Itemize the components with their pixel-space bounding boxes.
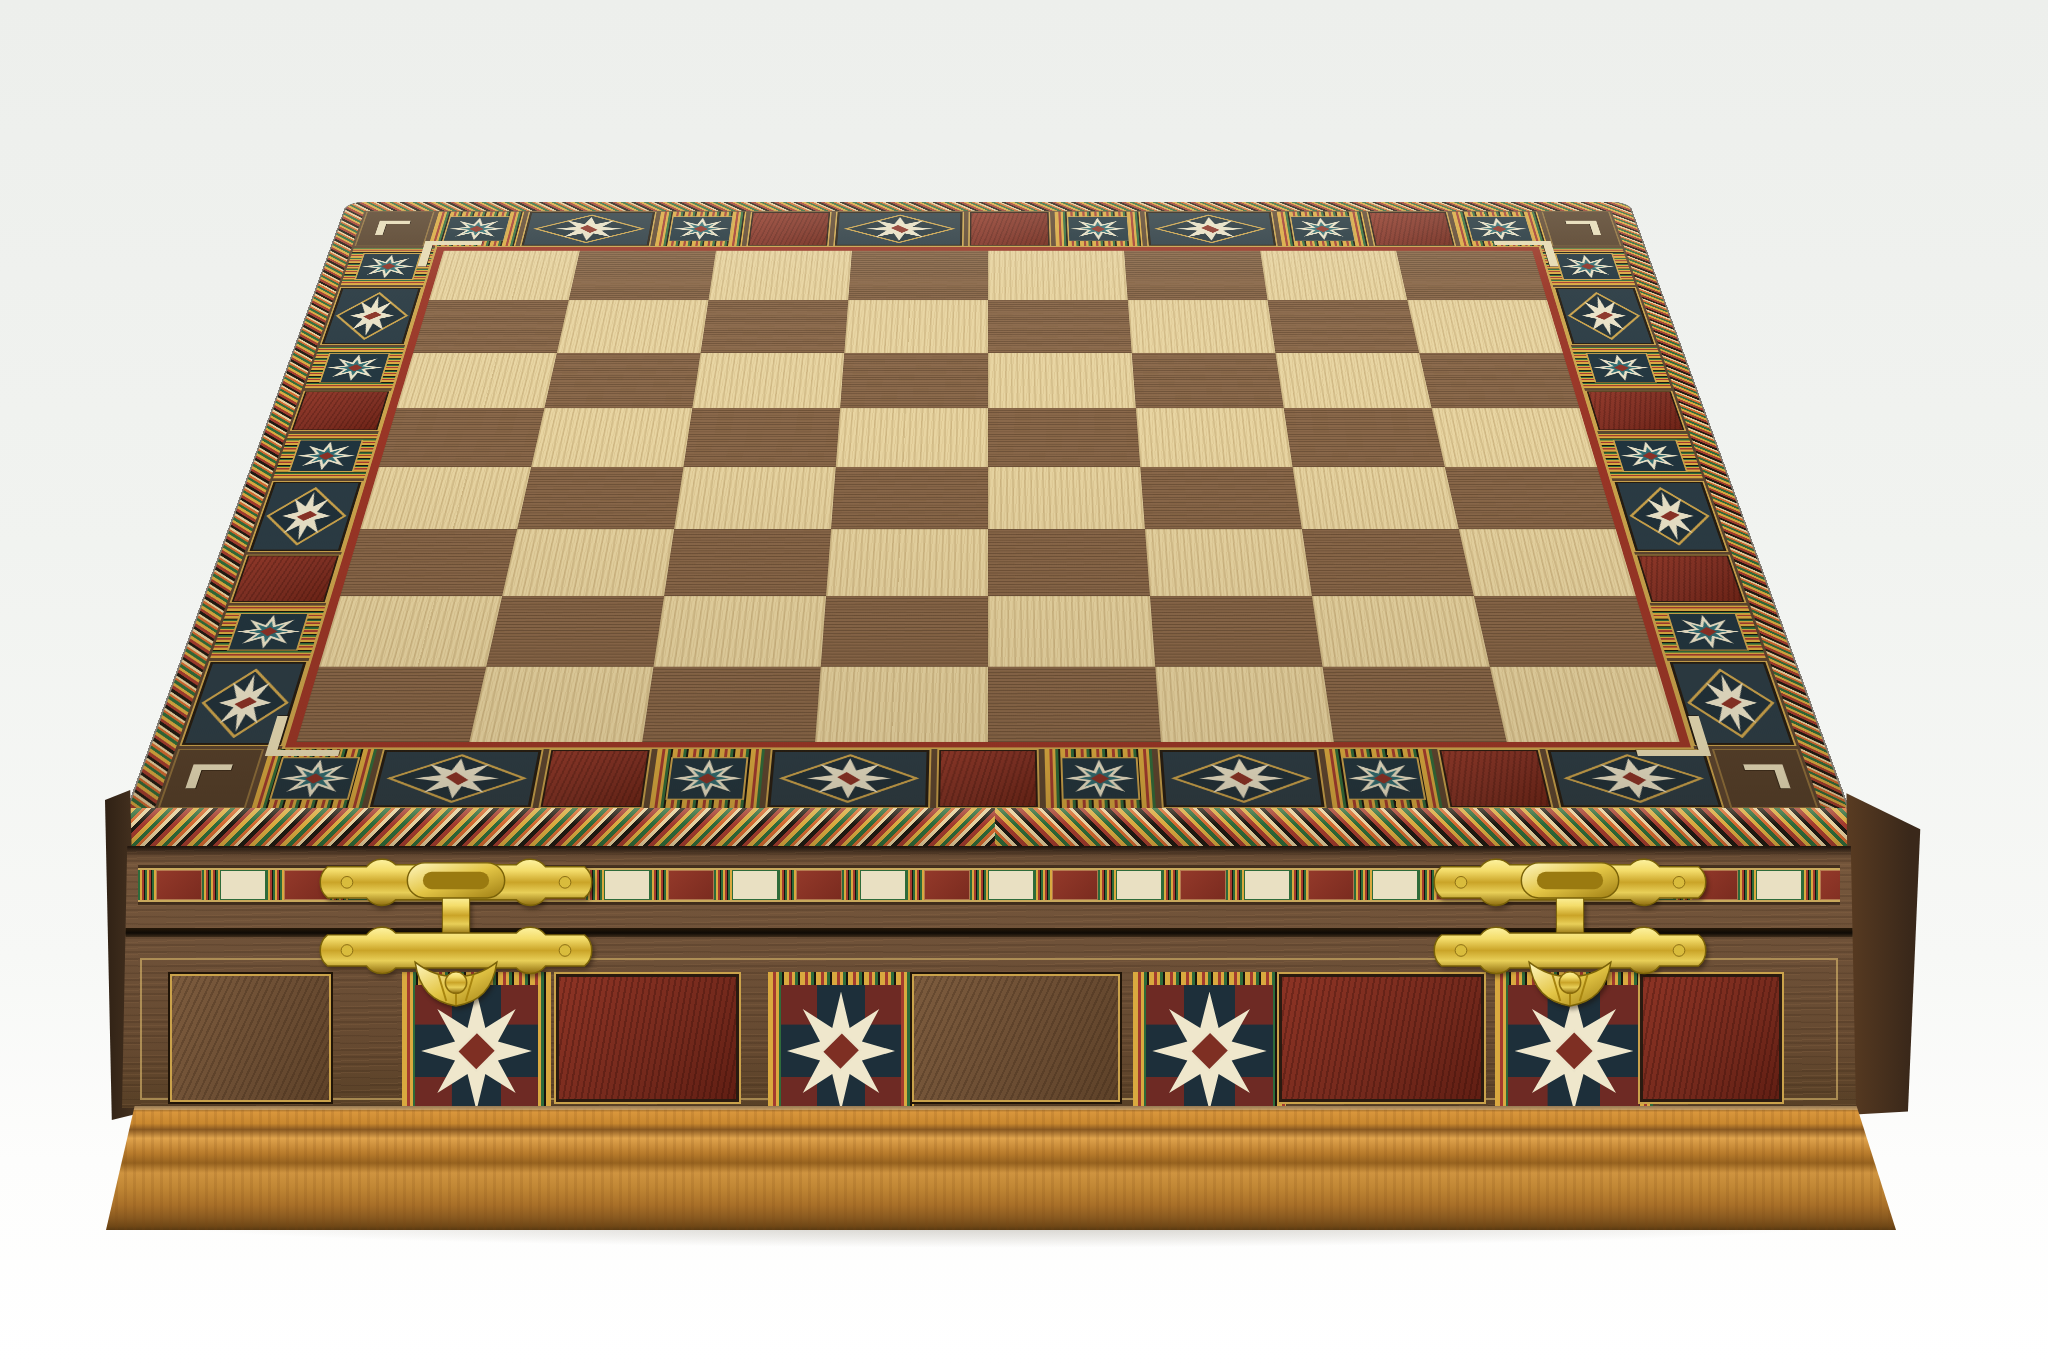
border-motif-diamond-eye: [520, 212, 657, 247]
square-g8: [1260, 251, 1407, 301]
border-motif-diamond-eye: [1553, 287, 1656, 345]
square-h8: [1396, 251, 1547, 301]
square-d3: [826, 529, 988, 595]
border-motif-diamond-eye: [1545, 749, 1724, 808]
border-motif-diamond-eye: [765, 749, 931, 808]
border-motif-star-square: [273, 434, 378, 479]
border-motif-star-square: [210, 605, 325, 658]
band-block-red: [1180, 870, 1226, 900]
border-motif-red-square: [538, 749, 651, 808]
right-side-face: [1844, 790, 1926, 1118]
square-c4: [674, 467, 836, 529]
square-h5: [1432, 408, 1598, 467]
border-motif-red-square: [230, 555, 341, 603]
square-d7: [844, 300, 988, 352]
square-b5: [531, 408, 692, 467]
border-motif-greek-key-corner: [1712, 749, 1818, 808]
border-motif-greek-key-corner: [158, 749, 264, 808]
band-block-stripes: [842, 870, 860, 900]
square-f7: [1128, 300, 1276, 352]
border-motif-star-square: [1054, 212, 1142, 247]
band-block-red: [924, 870, 970, 900]
band-block-cream: [1372, 870, 1418, 900]
border-motif-diamond-eye: [1144, 212, 1277, 247]
square-a2: [319, 596, 502, 667]
band-block-cream: [604, 870, 650, 900]
brass-clasp-right: [1424, 852, 1716, 1010]
square-c3: [664, 529, 831, 595]
band-block-stripes: [266, 870, 284, 900]
square-f4: [1140, 467, 1302, 529]
square-a3: [340, 529, 517, 595]
square-b6: [544, 353, 700, 408]
mosaic-border-front: [154, 747, 1822, 810]
square-d1: [815, 667, 988, 743]
border-motif-diamond-eye: [1612, 481, 1728, 552]
square-c8: [708, 251, 851, 301]
square-e1: [988, 667, 1161, 743]
square-h4: [1445, 467, 1616, 529]
square-f8: [1124, 251, 1267, 301]
band-block-cream: [1116, 870, 1162, 900]
square-h2: [1474, 596, 1657, 667]
border-motif-red-square: [1366, 212, 1456, 247]
square-d4: [831, 467, 988, 529]
square-e2: [988, 596, 1155, 667]
brass-clasp-left: [310, 852, 602, 1010]
border-motif-diamond-eye: [1158, 749, 1327, 808]
band-block-stripes: [650, 870, 668, 900]
border-motif-red-square: [290, 391, 391, 432]
border-motif-star-square: [1572, 347, 1672, 388]
square-c2: [654, 596, 827, 667]
square-h7: [1407, 300, 1563, 352]
square-h6: [1419, 353, 1579, 408]
square-a6: [397, 353, 557, 408]
square-c7: [701, 300, 849, 352]
front-panel-wood: [168, 972, 333, 1104]
border-motif-red-square: [1438, 749, 1554, 808]
square-g1: [1322, 667, 1506, 743]
board-top-lid: [128, 202, 1848, 810]
band-block-cream: [1756, 870, 1802, 900]
square-g7: [1268, 300, 1420, 352]
band-block-stripes: [202, 870, 220, 900]
square-d6: [840, 353, 988, 408]
front-rope-chamfer: [120, 808, 1856, 851]
square-f6: [1132, 353, 1284, 408]
square-h1: [1490, 667, 1680, 743]
square-b3: [502, 529, 674, 595]
band-block-red: [156, 870, 202, 900]
square-b1: [469, 667, 653, 743]
square-a1: [296, 667, 486, 743]
square-a5: [379, 408, 545, 467]
square-a4: [360, 467, 531, 529]
square-c5: [683, 408, 840, 467]
square-a7: [413, 300, 569, 352]
square-e7: [988, 300, 1132, 352]
border-motif-diamond-eye: [368, 749, 544, 808]
band-block-stripes: [714, 870, 732, 900]
square-a8: [429, 251, 580, 301]
band-block-stripes: [1290, 870, 1308, 900]
red-board-frame: [285, 247, 1691, 747]
band-block-stripes: [970, 870, 988, 900]
square-c1: [642, 667, 821, 743]
square-b8: [569, 251, 716, 301]
photo-scene: [0, 0, 2048, 1365]
band-block-stripes: [1162, 870, 1180, 900]
square-f5: [1136, 408, 1293, 467]
border-motif-star-square: [1045, 749, 1156, 808]
band-block-stripes: [1738, 870, 1756, 900]
border-motif-diamond-eye: [247, 481, 363, 552]
square-f1: [1155, 667, 1334, 743]
border-motif-diamond-eye: [834, 212, 965, 247]
band-block-stripes: [1802, 870, 1820, 900]
band-block-red: [796, 870, 842, 900]
square-g6: [1275, 353, 1431, 408]
border-motif-star-square: [1598, 434, 1703, 479]
border-motif-red-square: [746, 212, 832, 247]
border-motif-star-square: [1324, 749, 1443, 808]
border-motif-red-square: [1635, 555, 1746, 603]
band-block-red: [668, 870, 714, 900]
square-e8: [988, 251, 1128, 301]
square-g3: [1302, 529, 1474, 595]
square-e4: [988, 467, 1145, 529]
band-block-stripes: [1098, 870, 1116, 900]
border-motif-star-square: [305, 347, 405, 388]
mosaic-border-back: [352, 211, 1625, 248]
border-motif-star-square: [1541, 248, 1635, 285]
band-block-stripes: [1034, 870, 1052, 900]
band-block-cream: [732, 870, 778, 900]
band-block-cream: [860, 870, 906, 900]
square-f2: [1150, 596, 1323, 667]
border-motif-diamond-eye: [320, 287, 423, 345]
band-block-stripes: [138, 870, 156, 900]
border-motif-red-square: [968, 212, 1051, 247]
base-plinth: [106, 1106, 1896, 1230]
border-motif-greek-key-corner: [354, 212, 434, 247]
band-block-stripes: [778, 870, 796, 900]
band-block-stripes: [1226, 870, 1244, 900]
band-block-cream: [1244, 870, 1290, 900]
square-b4: [517, 467, 683, 529]
border-motif-greek-key-corner: [1541, 212, 1621, 247]
square-d8: [848, 251, 988, 301]
border-motif-star-square: [1276, 212, 1369, 247]
band-block-cream: [220, 870, 266, 900]
square-b7: [557, 300, 709, 352]
square-c6: [692, 353, 844, 408]
band-block-cream: [988, 870, 1034, 900]
border-motif-red-square: [1585, 391, 1686, 432]
band-block-red: [1052, 870, 1098, 900]
square-h3: [1459, 529, 1636, 595]
border-motif-star-square: [252, 749, 378, 808]
square-g4: [1293, 467, 1459, 529]
band-block-stripes: [906, 870, 924, 900]
band-block-red: [1308, 870, 1354, 900]
square-e6: [988, 353, 1136, 408]
chessboard: [296, 251, 1679, 742]
border-motif-star-square: [649, 749, 765, 808]
front-panel-wood: [910, 972, 1122, 1104]
square-d5: [836, 408, 988, 467]
square-d2: [821, 596, 988, 667]
border-motif-red-square: [936, 749, 1040, 808]
square-g5: [1284, 408, 1445, 467]
square-e3: [988, 529, 1150, 595]
square-f3: [1145, 529, 1312, 595]
border-motif-star-square: [1651, 605, 1766, 658]
square-e5: [988, 408, 1140, 467]
square-g2: [1312, 596, 1490, 667]
square-b2: [486, 596, 664, 667]
band-block-stripes: [1354, 870, 1372, 900]
band-block-red: [1820, 870, 1840, 900]
border-motif-star-square: [655, 212, 747, 247]
